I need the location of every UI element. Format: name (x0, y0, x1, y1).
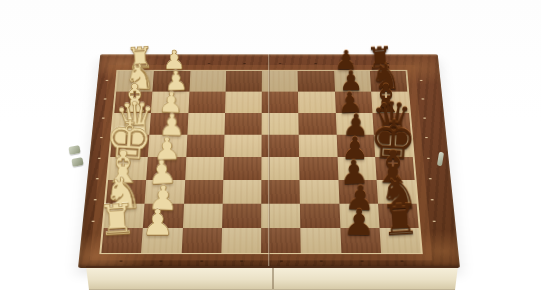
chess-set-photo: ♜♟♟♜♞♟♟♞♝♟♟♝♛♟♟♛♚♟♟♚♝♟♟♝♞♟♟♞♜♟♟♜ (0, 0, 541, 304)
piece-white-pawn: ♟ (141, 205, 173, 241)
pieces-layer: ♜♟♟♜♞♟♟♞♝♟♟♝♛♟♟♛♚♟♟♚♝♟♟♝♞♟♟♞♜♟♟♜ (0, 0, 541, 304)
piece-black-rook: ♜ (380, 198, 420, 242)
piece-white-rook: ♜ (97, 198, 137, 242)
piece-black-pawn: ♟ (343, 204, 376, 241)
